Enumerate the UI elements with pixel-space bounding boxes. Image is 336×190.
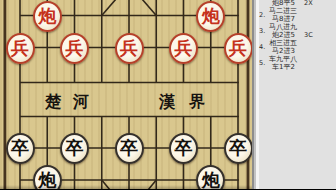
red-soldier[interactable]: 兵 <box>169 33 198 64</box>
black-soldier[interactable]: 卒 <box>224 133 253 164</box>
move-entry: 3.马八进九炮2进53C <box>269 23 297 39</box>
black-soldier[interactable]: 卒 <box>6 133 35 164</box>
black-soldier[interactable]: 卒 <box>169 133 198 164</box>
red-soldier[interactable]: 兵 <box>115 33 144 64</box>
move-text-red[interactable]: 相三进五 <box>269 39 297 47</box>
black-soldier[interactable]: 卒 <box>60 133 89 164</box>
move-list: 炮8平52X2.马二进三马8进73.马八进九炮2进53C4.相三进五马2进35.… <box>269 0 297 71</box>
river-label-han: 漢 <box>156 92 178 113</box>
move-number: 2. <box>259 11 268 19</box>
red-soldier[interactable]: 兵 <box>60 33 89 64</box>
move-text-black[interactable]: 马8进7 <box>269 15 297 23</box>
move-text-black[interactable]: 炮8平52X <box>269 0 297 7</box>
red-cannon[interactable]: 炮 <box>33 1 62 32</box>
move-number: 3. <box>259 27 268 35</box>
move-annotation: 3C <box>304 31 313 39</box>
black-cannon[interactable]: 炮 <box>33 165 62 190</box>
red-soldier[interactable]: 兵 <box>6 33 35 64</box>
move-text-red[interactable]: 马二进三 <box>269 7 297 15</box>
red-soldier[interactable]: 兵 <box>224 33 253 64</box>
move-list-panel: 炮8平52X2.马二进三马8进73.马八进九炮2进53C4.相三进五马2进35.… <box>252 0 336 189</box>
move-annotation: 2X <box>304 0 313 7</box>
river-label-chu: 楚 <box>42 92 64 113</box>
move-text-black[interactable]: 炮2进53C <box>269 31 297 39</box>
move-entry: 炮8平52X <box>269 0 297 7</box>
red-cannon[interactable]: 炮 <box>196 1 225 32</box>
move-text-black[interactable]: 马2进3 <box>269 47 297 55</box>
river-label-jie: 界 <box>186 92 208 113</box>
move-text-red[interactable]: 车九平八 <box>269 55 297 63</box>
xiangqi-app-window: 楚河漢界 炮炮兵兵兵兵兵卒卒卒卒卒炮炮 炮8平52X2.马二进三马8进73.马八… <box>0 0 336 189</box>
river-label-he: 河 <box>70 92 92 113</box>
move-entry: 5.车九平八车1平2 <box>269 55 297 71</box>
black-soldier[interactable]: 卒 <box>115 133 144 164</box>
move-entry: 2.马二进三马8进7 <box>269 7 297 23</box>
xiangqi-board[interactable]: 楚河漢界 炮炮兵兵兵兵兵卒卒卒卒卒炮炮 <box>0 0 252 189</box>
move-entry: 4.相三进五马2进3 <box>269 39 297 55</box>
move-text-black[interactable]: 车1平2 <box>269 63 297 71</box>
move-number: 5. <box>259 59 268 67</box>
move-number: 4. <box>259 43 268 51</box>
move-text-red[interactable]: 马八进九 <box>269 23 297 31</box>
